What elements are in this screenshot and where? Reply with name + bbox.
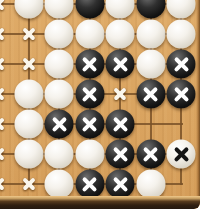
marked-empty-point[interactable] [0,19,13,49]
board-point [166,139,196,169]
x-mark-icon [172,85,190,103]
stone-white[interactable] [45,80,74,109]
marked-empty-point[interactable] [14,169,44,199]
stone-white[interactable] [136,170,165,199]
marked-empty-point[interactable] [0,109,13,139]
stone-black[interactable] [75,50,104,79]
marked-empty-point[interactable] [0,49,13,79]
board-point [75,79,105,109]
x-mark-icon [111,145,129,163]
board-point [166,79,196,109]
board-point [75,109,105,139]
stone-black[interactable] [136,0,165,19]
x-mark-icon [50,115,68,133]
stone-black[interactable] [75,110,104,139]
stone-white[interactable] [45,20,74,49]
stone-white[interactable] [106,0,135,19]
x-mark-icon [111,55,129,73]
board-point [105,49,135,79]
board-point [75,139,105,169]
board-point [105,0,135,19]
board-point [75,19,105,49]
stone-white[interactable] [75,140,104,169]
x-mark-icon [20,175,38,193]
stone-white[interactable] [45,50,74,79]
x-mark-icon [81,85,99,103]
go-board[interactable] [0,0,200,209]
marked-empty-point[interactable] [0,139,13,169]
x-mark-icon [0,175,7,193]
board-point [136,0,166,19]
x-mark-icon [172,55,190,73]
x-mark-icon [0,55,7,73]
stone-black[interactable] [106,140,135,169]
stone-white[interactable] [14,110,43,139]
marked-empty-point[interactable] [0,169,13,199]
x-mark-icon [81,115,99,133]
stone-black[interactable] [75,170,104,199]
board-point [14,0,44,19]
stone-white[interactable] [45,170,74,199]
board-point [75,49,105,79]
board-bottom-edge [0,196,200,209]
x-mark-icon [142,85,160,103]
board-point [44,0,74,19]
board-point [136,79,166,109]
stone-black[interactable] [167,80,196,109]
board-point [105,169,135,199]
board-point [105,19,135,49]
x-mark-icon [0,85,7,103]
marked-empty-point[interactable] [0,0,13,19]
board-point [136,169,166,199]
board-point [136,49,166,79]
marked-empty-point[interactable] [105,79,135,109]
x-mark-icon [172,145,190,163]
stone-white[interactable] [45,140,74,169]
stone-black[interactable] [106,50,135,79]
board-point [75,169,105,199]
board-point [75,0,105,19]
x-mark-icon [20,55,38,73]
board-point [166,19,196,49]
x-mark-icon [20,25,38,43]
x-mark-icon [0,145,7,163]
stone-black[interactable] [106,110,135,139]
stone-white[interactable] [167,140,196,169]
stone-white[interactable] [75,20,104,49]
stone-black[interactable] [106,170,135,199]
board-point [44,19,74,49]
board-point [105,139,135,169]
x-mark-icon [111,175,129,193]
board-right-edge [196,0,200,199]
board-point [14,139,44,169]
stone-black[interactable] [136,80,165,109]
stone-white[interactable] [14,140,43,169]
stone-black[interactable] [167,50,196,79]
board-point [44,139,74,169]
stone-white[interactable] [136,50,165,79]
board-point [14,79,44,109]
stone-white[interactable] [45,0,74,19]
stone-white[interactable] [106,20,135,49]
x-mark-icon [81,55,99,73]
stone-white[interactable] [136,20,165,49]
stone-white[interactable] [14,0,43,19]
x-mark-icon [111,85,129,103]
marked-empty-point[interactable] [0,79,13,109]
stone-white[interactable] [167,20,196,49]
x-mark-icon [0,0,7,13]
marked-empty-point[interactable] [14,49,44,79]
x-mark-icon [81,175,99,193]
board-point [14,109,44,139]
x-mark-icon [0,25,7,43]
board-point [166,49,196,79]
x-mark-icon [0,115,7,133]
x-mark-icon [142,145,160,163]
board-point [166,0,196,19]
stone-white[interactable] [14,80,43,109]
board-point [44,169,74,199]
marked-empty-point[interactable] [14,19,44,49]
stone-black[interactable] [136,140,165,169]
board-point [44,109,74,139]
board-point [136,139,166,169]
stone-black[interactable] [45,110,74,139]
stone-black[interactable] [75,0,104,19]
stone-black[interactable] [75,80,104,109]
board-point [44,49,74,79]
board-point [44,79,74,109]
stone-white[interactable] [167,0,196,19]
x-mark-icon [111,115,129,133]
board-point [105,109,135,139]
board-point [136,19,166,49]
